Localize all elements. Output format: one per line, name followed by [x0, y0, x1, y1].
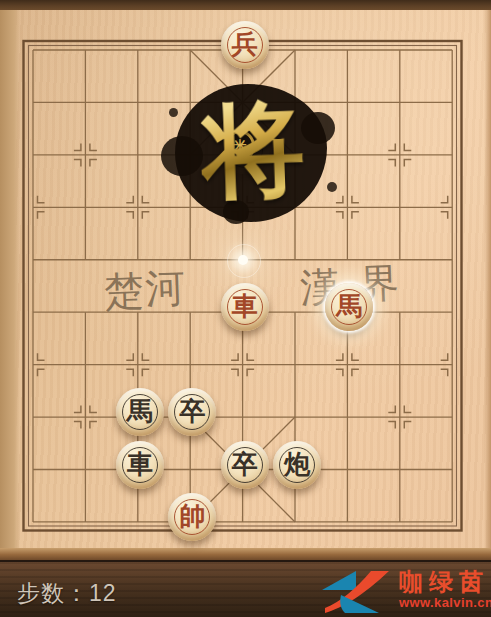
- piece-black-soldier[interactable]: 卒: [168, 388, 216, 436]
- xiangqi-app: 楚 河 漢 界 兵將車馬馬卒車卒炮帥 米 将 步数：12 咖绿茵 www.kal…: [0, 0, 491, 617]
- piece-black-general[interactable]: 將: [221, 126, 269, 174]
- watermark-brand: 咖绿茵: [399, 566, 491, 598]
- piece-glyph: 將: [221, 126, 269, 174]
- piece-black-cannon[interactable]: 炮: [273, 441, 321, 489]
- piece-glyph: 車: [221, 283, 269, 331]
- piece-red-horse[interactable]: 馬: [325, 283, 373, 331]
- piece-red-soldier[interactable]: 兵: [221, 21, 269, 69]
- watermark-url: www.kalvin.cn: [399, 595, 491, 610]
- piece-glyph: 馬: [116, 388, 164, 436]
- kalvin-logo-icon: [315, 564, 395, 616]
- piece-red-general[interactable]: 帥: [168, 493, 216, 541]
- piece-glyph: 帥: [168, 493, 216, 541]
- piece-glyph: 卒: [168, 388, 216, 436]
- piece-glyph: 炮: [273, 441, 321, 489]
- piece-glyph: 馬: [325, 283, 373, 331]
- piece-layer: 兵將車馬馬卒車卒炮帥: [7, 24, 479, 548]
- piece-black-soldier[interactable]: 卒: [221, 441, 269, 489]
- step-label: 步数：: [17, 580, 89, 606]
- piece-glyph: 卒: [221, 441, 269, 489]
- piece-glyph: 兵: [221, 21, 269, 69]
- piece-red-chariot[interactable]: 車: [221, 283, 269, 331]
- step-value: 12: [89, 580, 117, 606]
- watermark-logo: 咖绿茵 www.kalvin.cn: [315, 564, 491, 616]
- piece-glyph: 車: [116, 441, 164, 489]
- piece-black-chariot[interactable]: 車: [116, 441, 164, 489]
- step-counter: 步数：12: [17, 578, 117, 609]
- piece-black-horse[interactable]: 馬: [116, 388, 164, 436]
